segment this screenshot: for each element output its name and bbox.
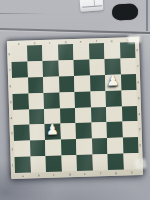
square-f1[interactable] [92, 154, 108, 170]
square-e3[interactable] [75, 123, 91, 139]
rank-label-7: 7 [136, 61, 139, 71]
black-oval-cutout [112, 4, 139, 21]
file-label-f: f [95, 171, 105, 175]
square-f3[interactable] [91, 122, 107, 138]
file-label-g: g [107, 39, 117, 42]
square-b4[interactable] [29, 108, 45, 124]
rank-label-8: 8 [136, 45, 139, 55]
square-e6[interactable] [74, 75, 90, 91]
square-h6[interactable] [120, 74, 136, 90]
square-a1[interactable] [15, 157, 31, 173]
square-c7[interactable] [43, 60, 59, 76]
file-label-f: f [91, 39, 101, 42]
square-g5[interactable] [105, 90, 121, 106]
square-a7[interactable] [12, 61, 28, 77]
file-label-e: e [80, 172, 90, 176]
square-g2[interactable] [107, 138, 123, 154]
square-c6[interactable] [43, 76, 59, 92]
rank-label-4: 4 [138, 108, 141, 118]
square-d6[interactable] [58, 76, 74, 92]
chess-board: abcdefgh abcdefgh 87654321 87654321 ♟♟ [7, 37, 143, 179]
square-a3[interactable] [14, 125, 30, 141]
square-b6[interactable] [28, 77, 44, 93]
square-f8[interactable] [88, 43, 104, 59]
table-seam-vertical [146, 0, 148, 31]
square-f7[interactable] [89, 59, 105, 75]
rank-label-2: 2 [139, 140, 142, 150]
square-h7[interactable] [120, 58, 136, 74]
file-label-a: a [18, 174, 28, 178]
white-box [80, 0, 104, 12]
file-label-g: g [111, 171, 121, 175]
square-b3[interactable] [29, 124, 45, 140]
square-g8[interactable] [104, 43, 120, 59]
board-grid: ♟♟ [11, 42, 139, 173]
square-h8[interactable] [119, 42, 135, 58]
square-b7[interactable] [27, 61, 43, 77]
square-a2[interactable] [14, 141, 30, 157]
rank-label-3: 3 [138, 124, 141, 134]
square-e7[interactable] [73, 59, 89, 75]
photo-scene: abcdefgh abcdefgh 87654321 87654321 ♟♟ [0, 0, 150, 200]
square-c1[interactable] [45, 156, 61, 172]
square-b1[interactable] [30, 156, 46, 172]
file-label-d: d [64, 172, 74, 176]
square-h5[interactable] [121, 90, 137, 106]
square-a8[interactable] [11, 45, 27, 61]
file-label-a: a [14, 42, 24, 45]
square-d3[interactable] [60, 123, 76, 139]
square-e4[interactable] [75, 107, 91, 123]
square-f6[interactable] [89, 75, 105, 91]
surface-seam-small [0, 13, 48, 14]
square-g6[interactable]: ♟ [105, 74, 121, 90]
table-seam [0, 28, 150, 34]
white-pawn[interactable]: ♟ [106, 73, 119, 87]
file-label-e: e [76, 40, 86, 43]
reflection-patch [128, 35, 141, 43]
square-d8[interactable] [57, 44, 73, 60]
square-f2[interactable] [91, 138, 107, 154]
square-e1[interactable] [76, 155, 92, 171]
square-b2[interactable] [30, 140, 46, 156]
white-box-seam [82, 5, 102, 7]
square-g1[interactable] [107, 154, 123, 170]
square-a4[interactable] [13, 109, 29, 125]
square-c2[interactable] [45, 140, 61, 156]
square-d4[interactable] [59, 108, 75, 124]
square-h2[interactable] [122, 137, 138, 153]
square-d5[interactable] [59, 92, 75, 108]
file-label-b: b [33, 173, 43, 177]
square-d7[interactable] [58, 60, 74, 76]
rank-label-6: 6 [137, 77, 140, 87]
white-pawn[interactable]: ♟ [46, 122, 59, 136]
square-h3[interactable] [122, 121, 138, 137]
square-b5[interactable] [28, 93, 44, 109]
square-e5[interactable] [74, 91, 90, 107]
white-box-edge [94, 0, 96, 7]
square-g4[interactable] [106, 106, 122, 122]
square-f4[interactable] [90, 107, 106, 123]
square-e8[interactable] [73, 44, 89, 60]
file-label-c: c [45, 41, 55, 44]
square-h4[interactable] [121, 106, 137, 122]
file-label-h: h [126, 170, 136, 174]
square-c8[interactable] [42, 45, 58, 61]
file-label-c: c [49, 173, 59, 177]
square-a6[interactable] [12, 77, 28, 93]
square-c5[interactable] [44, 92, 60, 108]
square-d2[interactable] [60, 139, 76, 155]
square-c3[interactable]: ♟ [44, 124, 60, 140]
reflection-patch-bottom [134, 158, 146, 169]
file-label-d: d [60, 40, 70, 43]
square-g3[interactable] [106, 122, 122, 138]
rank-label-5: 5 [137, 93, 140, 103]
square-f5[interactable] [90, 91, 106, 107]
square-e2[interactable] [76, 139, 92, 155]
square-a5[interactable] [13, 93, 29, 109]
file-label-b: b [29, 41, 39, 44]
square-d1[interactable] [61, 155, 77, 171]
square-b8[interactable] [27, 45, 43, 61]
